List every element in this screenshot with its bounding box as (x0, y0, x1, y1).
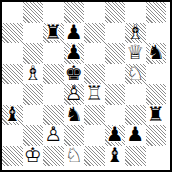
piece-white-pawn[interactable]: ♟♙ (43, 125, 64, 146)
square-g4[interactable] (125, 84, 146, 105)
square-c1[interactable] (43, 146, 64, 167)
chess-board: ♜♟♝♗♟♛♕♞♝♗♚♞♘♟♙♜♖♝♞♜♟♙♟♟♚♔♞♘♝ (2, 2, 166, 166)
piece-white-king[interactable]: ♚♔ (23, 146, 44, 167)
piece-black-pawn[interactable]: ♟ (125, 125, 146, 146)
square-a1[interactable] (2, 146, 23, 167)
square-d1[interactable]: ♞♘ (64, 146, 85, 167)
piece-white-knight[interactable]: ♞♘ (125, 64, 146, 85)
square-b3[interactable] (23, 105, 44, 126)
square-e4[interactable]: ♜♖ (84, 84, 105, 105)
piece-black-knight[interactable]: ♞ (64, 105, 85, 126)
square-e2[interactable] (84, 125, 105, 146)
square-h1[interactable] (146, 146, 167, 167)
square-g1[interactable] (125, 146, 146, 167)
board-frame: ♜♟♝♗♟♛♕♞♝♗♚♞♘♟♙♜♖♝♞♜♟♙♟♟♚♔♞♘♝ (0, 0, 172, 172)
square-a5[interactable] (2, 64, 23, 85)
piece-black-rook[interactable]: ♜ (43, 23, 64, 44)
square-a2[interactable] (2, 125, 23, 146)
square-a3[interactable]: ♝ (2, 105, 23, 126)
piece-black-bishop[interactable]: ♝ (105, 146, 126, 167)
square-c6[interactable] (43, 43, 64, 64)
square-b1[interactable]: ♚♔ (23, 146, 44, 167)
square-c5[interactable] (43, 64, 64, 85)
square-a7[interactable] (2, 23, 23, 44)
square-f7[interactable] (105, 23, 126, 44)
square-c2[interactable]: ♟♙ (43, 125, 64, 146)
square-b4[interactable] (23, 84, 44, 105)
piece-black-rook[interactable]: ♜ (146, 105, 167, 126)
square-d3[interactable]: ♞ (64, 105, 85, 126)
square-h2[interactable] (146, 125, 167, 146)
square-h8[interactable] (146, 2, 167, 23)
square-g5[interactable]: ♞♘ (125, 64, 146, 85)
square-g2[interactable]: ♟ (125, 125, 146, 146)
square-e1[interactable] (84, 146, 105, 167)
square-b7[interactable] (23, 23, 44, 44)
square-a6[interactable] (2, 43, 23, 64)
piece-black-bishop[interactable]: ♝ (2, 105, 23, 126)
square-h3[interactable]: ♜ (146, 105, 167, 126)
square-f4[interactable] (105, 84, 126, 105)
piece-white-knight[interactable]: ♞♘ (64, 146, 85, 167)
square-e3[interactable] (84, 105, 105, 126)
piece-white-bishop[interactable]: ♝♗ (23, 64, 44, 85)
square-f6[interactable] (105, 43, 126, 64)
square-f5[interactable] (105, 64, 126, 85)
square-f8[interactable] (105, 2, 126, 23)
square-e7[interactable] (84, 23, 105, 44)
square-a8[interactable] (2, 2, 23, 23)
square-e8[interactable] (84, 2, 105, 23)
piece-black-knight[interactable]: ♞ (146, 43, 167, 64)
square-h5[interactable] (146, 64, 167, 85)
square-h6[interactable]: ♞ (146, 43, 167, 64)
piece-white-rook[interactable]: ♜♖ (84, 84, 105, 105)
square-f1[interactable]: ♝ (105, 146, 126, 167)
square-c4[interactable] (43, 84, 64, 105)
square-b5[interactable]: ♝♗ (23, 64, 44, 85)
square-e6[interactable] (84, 43, 105, 64)
square-b8[interactable] (23, 2, 44, 23)
square-c7[interactable]: ♜ (43, 23, 64, 44)
